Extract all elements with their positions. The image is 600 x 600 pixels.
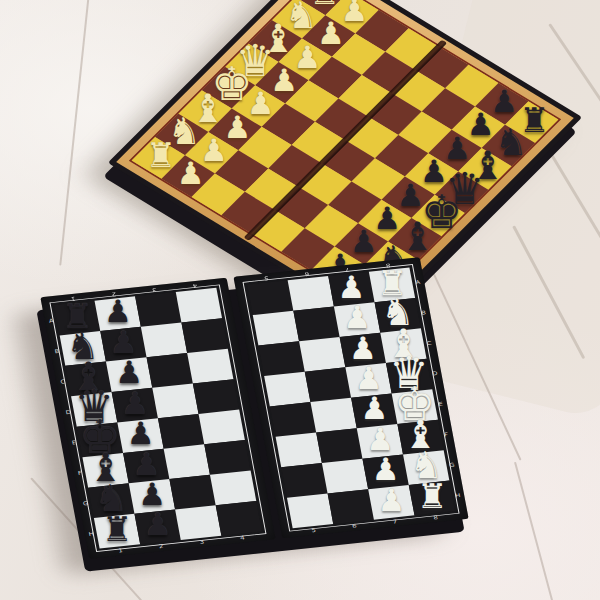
square [210,471,256,506]
coordinate-label: 2 [111,291,117,297]
square [299,337,345,372]
white-pawn: ♟ [340,0,368,26]
square: ♜ [54,301,100,336]
square [270,402,316,437]
black-pawn: ♟ [115,357,143,388]
coordinate-label: H [454,492,460,498]
coordinate-label: B [54,348,60,354]
square [204,440,250,475]
coordinate-label: 1 [118,548,124,554]
plastic-chess-board: ABCDEFGH 1234 1234 ♜♟♞♟♝♟♛♟♚♟♝♟♞♟♜♟ ABCD… [40,257,468,558]
square: ♛ [386,359,432,394]
square: ♚ [77,422,123,457]
coordinate-label: D [432,370,438,377]
square: ♟ [340,333,386,368]
square: ♟ [328,272,374,307]
square: ♞ [88,483,134,518]
square: ♞ [403,450,449,485]
square: ♝ [397,420,443,455]
coordinate-label: A [48,318,54,324]
square [175,505,221,540]
white-pawn: ♟ [360,393,388,424]
square [147,353,193,388]
white-pawn: ♟ [366,424,394,455]
black-pawn: ♟ [143,509,171,540]
square: ♟ [95,296,141,331]
square [258,341,304,376]
white-pawn: ♟ [377,484,405,515]
square [322,459,368,494]
black-rook: ♜ [61,298,91,332]
square [288,276,334,311]
square [310,398,356,433]
coordinate-label: 2 [159,543,165,549]
coordinate-label: 7 [392,519,398,525]
coordinate-label: H [88,531,94,537]
square: ♟ [117,418,163,453]
square [176,288,222,323]
coordinate-label: C [60,378,66,384]
coordinate-label: 5 [311,527,317,533]
black-pawn: ♟ [132,448,160,479]
square: ♚ [392,389,438,424]
square [247,280,293,315]
coordinate-label: F [77,470,82,476]
square: ♞ [60,331,106,366]
black-pawn: ♟ [120,387,148,418]
square: ♜ [409,481,455,516]
square [216,501,262,536]
square [135,292,181,327]
coordinate-label: C [426,340,432,346]
coordinate-label: 5 [264,275,270,281]
black-rook: ♜ [101,512,131,546]
white-rook: ♜ [416,478,446,512]
square [199,410,245,445]
square [152,383,198,418]
square [169,475,215,510]
fabric-seam [514,462,554,600]
square [141,323,187,358]
square: ♟ [334,302,380,337]
white-pawn: ♟ [343,302,371,333]
white-pawn: ♟ [348,332,376,363]
coordinate-label: 3 [152,287,158,293]
square [181,318,227,353]
coordinate-label: 4 [240,535,246,541]
square [264,372,310,407]
coordinate-label: 3 [199,539,205,545]
square: ♟ [100,327,146,362]
square: ♟ [112,388,158,423]
square [287,493,333,528]
coordinate-label: 6 [304,270,310,276]
square: ♟ [368,485,414,520]
square: ♟ [357,424,403,459]
white-rook: ♜ [376,265,406,299]
black-rook: ♜ [519,103,549,137]
black-pawn: ♟ [490,86,518,117]
square [316,428,362,463]
square: ♛ [71,392,117,427]
square [193,379,239,414]
coordinate-label: 8 [433,514,439,520]
black-pawn: ♟ [109,326,137,357]
square [158,414,204,449]
square: ♟ [362,454,408,489]
black-pawn: ♟ [126,418,154,449]
square: ♝ [65,362,111,397]
square: ♟ [351,394,397,429]
square [253,311,299,346]
photo-scene: ♜♟♟♜♞♟♟♞♝♟♟♝♛♟♟♛♚♟♟♚♝♟♟♝♞♟♟♞♜♟♟♜ ABCDEFG… [0,0,600,600]
coordinate-label: E [438,401,444,407]
coordinate-label: 6 [352,523,358,529]
square [187,349,233,384]
white-pawn: ♟ [354,363,382,394]
square [293,306,339,341]
white-pawn: ♟ [337,271,365,302]
coordinate-label: D [65,409,71,416]
coordinate-label: G [449,462,455,469]
square [164,444,210,479]
coordinate-label: E [71,439,77,445]
square [281,463,327,498]
coordinate-label: A [415,279,421,285]
square: ♟ [129,479,175,514]
coordinate-label: 7 [345,266,351,272]
square: ♜ [369,267,415,302]
square: ♟ [123,449,169,484]
square [305,367,351,402]
coordinate-label: B [420,309,426,315]
black-pawn: ♟ [103,296,131,327]
coordinate-label: 8 [386,262,392,268]
fabric-seam [59,0,90,266]
coordinate-label: G [82,500,88,507]
square: ♟ [345,363,391,398]
coordinate-label: F [444,431,449,437]
coordinate-label: 4 [192,282,198,288]
white-pawn: ♟ [371,454,399,485]
black-pawn: ♟ [138,479,166,510]
coordinate-label: 1 [71,295,77,301]
square [328,489,374,524]
square: ♞ [375,298,421,333]
square: ♝ [380,328,426,363]
square: ♟ [106,357,152,392]
square: ♜ [94,514,140,549]
square: ♟ [134,510,180,545]
square [276,433,322,468]
square: ♝ [82,453,128,488]
